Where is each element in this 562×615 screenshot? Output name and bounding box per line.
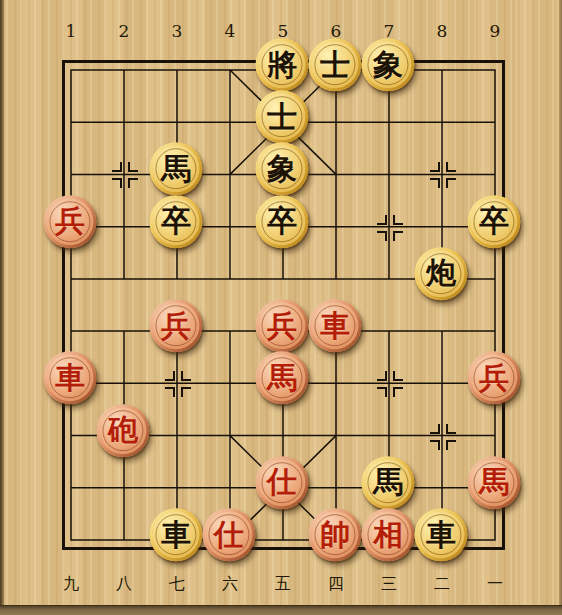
point-marker bbox=[112, 162, 122, 172]
piece-glyph: 馬 bbox=[467, 456, 520, 509]
file-label-top-4: 4 bbox=[225, 21, 236, 41]
piece-glyph: 仕 bbox=[202, 508, 255, 561]
point-marker bbox=[128, 178, 138, 188]
piece-red-chariot[interactable]: 車 bbox=[308, 299, 361, 352]
piece-glyph: 象 bbox=[361, 38, 414, 91]
file-label-bottom-6: 四 bbox=[328, 574, 344, 595]
point-marker bbox=[430, 162, 440, 172]
piece-black-advisor[interactable]: 士 bbox=[255, 90, 308, 143]
piece-black-general[interactable]: 將 bbox=[255, 38, 308, 91]
piece-black-horse[interactable]: 馬 bbox=[361, 456, 414, 509]
piece-glyph: 砲 bbox=[96, 404, 149, 457]
point-marker bbox=[446, 440, 456, 450]
piece-red-advisor[interactable]: 仕 bbox=[202, 508, 255, 561]
piece-glyph: 兵 bbox=[43, 195, 96, 248]
piece-black-chariot[interactable]: 車 bbox=[414, 508, 467, 561]
piece-red-soldier[interactable]: 兵 bbox=[255, 299, 308, 352]
file-label-bottom-2: 八 bbox=[116, 574, 132, 595]
point-marker bbox=[430, 178, 440, 188]
piece-glyph: 卒 bbox=[255, 195, 308, 248]
point-marker bbox=[181, 371, 191, 381]
piece-black-soldier[interactable]: 卒 bbox=[149, 195, 202, 248]
piece-black-chariot[interactable]: 車 bbox=[149, 508, 202, 561]
point-marker bbox=[393, 231, 403, 241]
piece-red-horse[interactable]: 馬 bbox=[255, 351, 308, 404]
piece-glyph: 兵 bbox=[149, 299, 202, 352]
piece-black-advisor[interactable]: 士 bbox=[308, 38, 361, 91]
piece-glyph: 象 bbox=[255, 143, 308, 196]
file-label-bottom-7: 三 bbox=[381, 574, 397, 595]
xiangqi-board-window: 123456789 九八七六五四三二一 將士象士馬象兵卒卒卒炮兵兵車車馬兵砲仕馬… bbox=[0, 0, 562, 615]
file-label-bottom-9: 一 bbox=[487, 574, 503, 595]
file-label-top-8: 8 bbox=[437, 21, 448, 41]
point-marker bbox=[430, 424, 440, 434]
file-label-bottom-8: 二 bbox=[434, 574, 450, 595]
file-label-bottom-4: 六 bbox=[222, 574, 238, 595]
piece-red-elephant[interactable]: 相 bbox=[361, 508, 414, 561]
file-label-bottom-5: 五 bbox=[275, 574, 291, 595]
file-label-bottom-3: 七 bbox=[169, 574, 185, 595]
piece-red-soldier[interactable]: 兵 bbox=[149, 299, 202, 352]
point-marker bbox=[393, 215, 403, 225]
point-marker bbox=[377, 371, 387, 381]
point-marker bbox=[446, 424, 456, 434]
piece-black-horse[interactable]: 馬 bbox=[149, 143, 202, 196]
point-marker bbox=[377, 231, 387, 241]
point-marker bbox=[165, 371, 175, 381]
piece-black-soldier[interactable]: 卒 bbox=[467, 195, 520, 248]
piece-black-soldier[interactable]: 卒 bbox=[255, 195, 308, 248]
point-marker bbox=[181, 387, 191, 397]
piece-glyph: 卒 bbox=[467, 195, 520, 248]
piece-glyph: 馬 bbox=[149, 143, 202, 196]
piece-black-elephant[interactable]: 象 bbox=[361, 38, 414, 91]
piece-glyph: 車 bbox=[414, 508, 467, 561]
piece-black-cannon[interactable]: 炮 bbox=[414, 247, 467, 300]
piece-glyph: 馬 bbox=[255, 351, 308, 404]
point-marker bbox=[165, 387, 175, 397]
point-marker bbox=[446, 178, 456, 188]
piece-glyph: 車 bbox=[308, 299, 361, 352]
file-label-top-9: 9 bbox=[490, 21, 501, 41]
piece-red-chariot[interactable]: 車 bbox=[43, 351, 96, 404]
point-marker bbox=[393, 387, 403, 397]
file-label-top-3: 3 bbox=[172, 21, 183, 41]
piece-glyph: 士 bbox=[255, 90, 308, 143]
piece-glyph: 相 bbox=[361, 508, 414, 561]
point-marker bbox=[393, 371, 403, 381]
piece-red-horse[interactable]: 馬 bbox=[467, 456, 520, 509]
piece-glyph: 卒 bbox=[149, 195, 202, 248]
piece-glyph: 炮 bbox=[414, 247, 467, 300]
point-marker bbox=[112, 178, 122, 188]
piece-glyph: 仕 bbox=[255, 456, 308, 509]
piece-glyph: 車 bbox=[149, 508, 202, 561]
piece-red-general[interactable]: 帥 bbox=[308, 508, 361, 561]
point-marker bbox=[377, 387, 387, 397]
piece-glyph: 兵 bbox=[255, 299, 308, 352]
point-marker bbox=[446, 162, 456, 172]
piece-red-soldier[interactable]: 兵 bbox=[467, 351, 520, 404]
file-label-top-1: 1 bbox=[66, 21, 77, 41]
piece-glyph: 將 bbox=[255, 38, 308, 91]
file-label-bottom-1: 九 bbox=[63, 574, 79, 595]
file-label-top-2: 2 bbox=[119, 21, 130, 41]
piece-red-advisor[interactable]: 仕 bbox=[255, 456, 308, 509]
wood-bevel-left bbox=[0, 0, 4, 615]
piece-glyph: 兵 bbox=[467, 351, 520, 404]
piece-red-soldier[interactable]: 兵 bbox=[43, 195, 96, 248]
piece-red-cannon[interactable]: 砲 bbox=[96, 404, 149, 457]
piece-glyph: 車 bbox=[43, 351, 96, 404]
point-marker bbox=[377, 215, 387, 225]
point-marker bbox=[430, 440, 440, 450]
piece-glyph: 馬 bbox=[361, 456, 414, 509]
point-marker bbox=[128, 162, 138, 172]
piece-black-elephant[interactable]: 象 bbox=[255, 143, 308, 196]
wood-bevel-bottom bbox=[0, 605, 562, 615]
piece-glyph: 帥 bbox=[308, 508, 361, 561]
piece-glyph: 士 bbox=[308, 38, 361, 91]
